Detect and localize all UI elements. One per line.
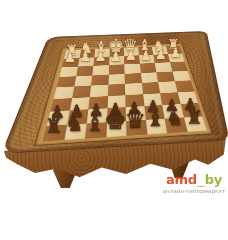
square-e6 (107, 95, 126, 108)
square-f8 (85, 122, 107, 139)
square-a8 (183, 116, 206, 132)
board-border-band (34, 43, 213, 146)
square-g8 (64, 123, 87, 140)
square-a6 (177, 91, 198, 104)
chess-board (43, 46, 207, 142)
brand-text: amd‿by (162, 172, 226, 187)
square-d8 (126, 120, 147, 136)
square-c6 (143, 93, 162, 106)
brand-suffix: by (205, 172, 222, 187)
square-d7 (126, 106, 146, 121)
watermark-logo: amd‿by онлайн-гипермаркет (162, 172, 226, 194)
square-c8 (145, 118, 167, 134)
square-e7 (107, 107, 127, 122)
brand-amd: amd (166, 172, 197, 187)
square-g7 (67, 109, 89, 124)
square-d6 (125, 94, 144, 107)
watermark-tagline: онлайн-гипермаркет (162, 188, 226, 194)
square-c7 (144, 105, 165, 119)
square-e8 (106, 121, 127, 137)
square-f6 (88, 96, 107, 109)
brand-connector-icon: ‿ (197, 177, 204, 187)
square-f7 (87, 108, 107, 123)
square-a7 (180, 103, 202, 117)
